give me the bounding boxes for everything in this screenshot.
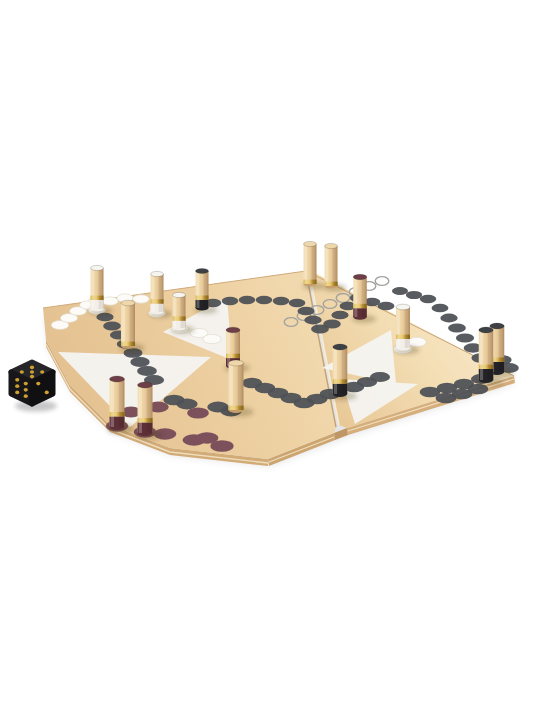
track-dot-gray: [406, 291, 422, 299]
track-dot-white: [102, 297, 119, 305]
die-pip: [20, 370, 24, 374]
die-pip: [45, 391, 49, 395]
track-dot-gray: [222, 297, 239, 305]
track-dot-gray: [304, 316, 321, 325]
die-pip: [24, 394, 28, 398]
track-dot-gray: [392, 287, 408, 295]
track-dot-gray: [331, 311, 348, 320]
die-pip: [24, 382, 28, 386]
die-pip: [30, 366, 34, 370]
track-dot-gray: [130, 357, 149, 367]
track-dot-gray: [239, 296, 256, 304]
die-pip: [36, 382, 40, 386]
track-dot-gray: [448, 324, 466, 333]
die-pip: [30, 375, 34, 379]
peg-natural[interactable]: [323, 243, 346, 292]
product-photo-stage: [0, 0, 540, 720]
track-dot-gray: [378, 302, 395, 310]
track-dot-gray: [440, 314, 457, 323]
track-dot-gray: [289, 299, 306, 307]
track-dot-white: [203, 334, 221, 343]
track-dot-maroon: [210, 440, 233, 452]
track-dot-gray: [420, 295, 436, 303]
track-dot-gray: [137, 366, 157, 376]
die-pip: [40, 370, 44, 374]
track-dot-gray: [176, 399, 197, 410]
track-dot-gray: [256, 296, 273, 304]
track-dot-gray: [456, 333, 474, 342]
track-dot-white: [133, 295, 149, 303]
track-dot-maroon: [187, 408, 209, 419]
ring-marking: [375, 277, 389, 286]
die-pip: [24, 388, 28, 392]
die-pip: [15, 384, 19, 388]
track-dot-gray: [297, 307, 314, 316]
die-pip: [15, 391, 19, 395]
ludo-board-scene: [0, 0, 540, 720]
track-dot-gray: [103, 322, 121, 331]
track-dot-gray: [323, 320, 341, 329]
die-pip: [15, 378, 19, 382]
track-dot-gray: [432, 304, 449, 313]
die-pip: [30, 370, 34, 374]
track-dot-gray: [273, 297, 290, 305]
track-dot-gray: [370, 372, 390, 382]
track-dot-white: [408, 337, 426, 346]
black-die[interactable]: [11, 362, 57, 412]
